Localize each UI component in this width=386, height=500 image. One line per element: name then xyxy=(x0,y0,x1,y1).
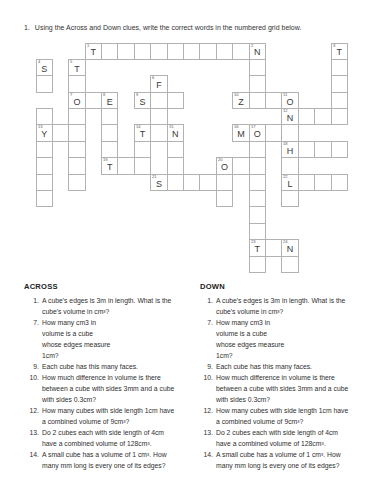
clue-item-text: How much difference in volume is therebe… xyxy=(42,372,196,405)
grid-cell[interactable] xyxy=(134,141,151,158)
grid-cell[interactable] xyxy=(216,43,233,60)
clue-number: 7 xyxy=(70,93,72,97)
down-header: DOWN xyxy=(200,281,382,292)
clue-number: 16 xyxy=(234,125,239,129)
grid-cell[interactable] xyxy=(298,108,315,125)
clue-item-text: How much difference in volume is therebe… xyxy=(216,372,382,405)
grid-cell[interactable] xyxy=(68,157,85,174)
grid-cell[interactable] xyxy=(249,223,266,240)
grid-cell[interactable] xyxy=(134,43,151,60)
clue-item: 12.How many cubes with side length 1cm h… xyxy=(200,405,382,427)
across-clues: ACROSS 1.A cube's edges is 3m in length.… xyxy=(24,281,196,471)
cell-letter: S xyxy=(41,64,47,74)
cell-letter: N xyxy=(254,47,261,57)
cell-letter: O xyxy=(73,97,80,107)
grid-cell[interactable]: 16M xyxy=(232,124,249,141)
grid-cell[interactable] xyxy=(167,141,184,158)
grid-cell[interactable] xyxy=(216,174,233,191)
clue-number: 24 xyxy=(283,240,288,244)
grid-cell[interactable] xyxy=(249,141,266,158)
clue-item-number: 9. xyxy=(200,361,216,372)
clue-item: 9.Each cube has this many faces. xyxy=(24,361,196,372)
clue-item-number: 12. xyxy=(24,405,42,427)
grid-cell[interactable] xyxy=(249,174,266,191)
clue-number: 17 xyxy=(251,125,256,129)
clue-number: 2 xyxy=(251,44,253,48)
grid-cell[interactable] xyxy=(167,174,184,191)
cell-letter: F xyxy=(156,80,162,90)
grid-cell[interactable]: 12N xyxy=(281,108,298,125)
cell-letter: O xyxy=(287,97,294,107)
grid-cell[interactable] xyxy=(68,141,85,158)
clue-item-text: A small cube has a volume of 1 cm³. Howm… xyxy=(42,449,196,471)
grid-cell[interactable] xyxy=(331,141,348,158)
grid-cell[interactable] xyxy=(331,92,348,109)
grid-cell[interactable] xyxy=(199,174,216,191)
grid-cell[interactable]: 17O xyxy=(249,124,266,141)
grid-cell[interactable] xyxy=(281,256,298,273)
grid-cell[interactable]: 21S xyxy=(150,174,167,191)
grid-cell[interactable] xyxy=(183,174,200,191)
grid-cell[interactable]: 14T xyxy=(134,124,151,141)
clue-number: 23 xyxy=(251,240,256,244)
clue-item-text: How many cm3 involume is a cubewhose edg… xyxy=(42,317,196,361)
clue-number: 11 xyxy=(283,93,287,97)
clue-item: 13.Do 2 cubes each with side length of 4… xyxy=(200,427,382,449)
clue-number: 22 xyxy=(283,175,288,179)
worksheet-page: 1. Using the Across and Down clues, writ… xyxy=(0,0,386,500)
clue-number: 18 xyxy=(283,142,288,146)
instruction-title: 1. Using the Across and Down clues, writ… xyxy=(24,24,301,31)
clue-item-number: 10. xyxy=(24,372,42,405)
grid-cell[interactable] xyxy=(281,157,298,174)
cell-letter: T xyxy=(74,64,80,74)
grid-cell[interactable] xyxy=(52,124,69,141)
cell-letter: E xyxy=(107,97,113,107)
cell-letter: N xyxy=(287,113,294,123)
clue-item-text: Do 2 cubes each with side length of 4cmh… xyxy=(42,427,196,449)
clue-item-number: 10. xyxy=(200,372,216,405)
grid-cell[interactable]: 11O xyxy=(281,92,298,109)
clue-number: 4 xyxy=(38,60,40,64)
grid-cell[interactable] xyxy=(232,43,249,60)
clue-item-number: 1. xyxy=(200,295,216,317)
clue-item: 14.A small cube has a volume of 1 cm³. H… xyxy=(200,449,382,471)
clue-item: 1.A cube's edges is 3m in length. What i… xyxy=(24,295,196,317)
clue-item: 1.A cube's edges is 3m in length. What i… xyxy=(200,295,382,317)
grid-cell[interactable]: 8E xyxy=(101,92,118,109)
instruction-text: Using the Across and Down clues, write t… xyxy=(35,24,302,31)
grid-cell[interactable] xyxy=(265,92,282,109)
grid-cell[interactable]: 9S xyxy=(134,92,151,109)
grid-cell[interactable] xyxy=(68,108,85,125)
grid-cell[interactable] xyxy=(183,43,200,60)
clue-item-text: Do 2 cubes each with side length of 4cmh… xyxy=(216,427,382,449)
instruction-number: 1. xyxy=(24,24,30,31)
grid-cell[interactable] xyxy=(281,190,298,207)
grid-cell[interactable]: 19T xyxy=(101,157,118,174)
grid-cell[interactable] xyxy=(314,174,331,191)
grid-cell[interactable] xyxy=(101,124,118,141)
grid-cell[interactable] xyxy=(249,75,266,92)
grid-cell[interactable]: 23T xyxy=(249,239,266,256)
grid-cell[interactable] xyxy=(249,92,266,109)
clue-item-text: How many cm3 involume is a cubewhose edg… xyxy=(216,317,382,361)
clue-item: 12.How many cubes with side length 1cm h… xyxy=(24,405,196,427)
grid-cell[interactable]: 22L xyxy=(281,174,298,191)
clue-number: 21 xyxy=(152,175,157,179)
cell-letter: T xyxy=(336,47,342,57)
across-header: ACROSS xyxy=(24,281,196,292)
clue-item: 7.How many cm3 involume is a cubewhose e… xyxy=(200,317,382,361)
grid-cell[interactable] xyxy=(232,157,249,174)
grid-cell[interactable] xyxy=(249,190,266,207)
grid-cell[interactable] xyxy=(85,92,102,109)
grid-cell[interactable] xyxy=(331,75,348,92)
clue-item: 7.How many cm3 involume is a cubewhose e… xyxy=(24,317,196,361)
cell-letter: M xyxy=(237,129,245,139)
grid-cell[interactable]: 18H xyxy=(281,141,298,158)
grid-cell[interactable] xyxy=(216,190,233,207)
clue-item-text: A cube's edges is 3m in length. What is … xyxy=(42,295,196,317)
cell-letter: T xyxy=(140,129,146,139)
clue-item-number: 7. xyxy=(24,317,42,361)
clue-item-number: 7. xyxy=(200,317,216,361)
grid-cell[interactable] xyxy=(101,141,118,158)
clue-number: 8 xyxy=(103,93,105,97)
clue-item: 10.How much difference in volume is ther… xyxy=(200,372,382,405)
grid-cell[interactable] xyxy=(134,157,151,174)
grid-cell[interactable] xyxy=(167,157,184,174)
grid-cell[interactable]: 4S xyxy=(36,59,53,76)
cell-letter: T xyxy=(91,47,97,57)
grid-cell[interactable] xyxy=(36,75,53,92)
clue-item: 10.How much difference in volume is ther… xyxy=(24,372,196,405)
grid-cell[interactable] xyxy=(314,141,331,158)
grid-cell[interactable] xyxy=(36,108,53,125)
grid-cell[interactable] xyxy=(117,43,134,60)
cell-letter: T xyxy=(255,244,261,254)
clue-number: 9 xyxy=(136,93,138,97)
cell-letter: H xyxy=(287,146,294,156)
grid-cell[interactable] xyxy=(265,124,282,141)
clue-item-number: 1. xyxy=(24,295,42,317)
grid-cell[interactable]: 7O xyxy=(68,92,85,109)
grid-cell[interactable] xyxy=(36,157,53,174)
grid-cell[interactable] xyxy=(249,206,266,223)
clue-number: 5 xyxy=(70,60,72,64)
clue-number: 1 xyxy=(87,44,89,48)
cell-letter: T xyxy=(107,162,113,172)
grid-cell[interactable]: 3T xyxy=(331,43,348,60)
cell-letter: N xyxy=(287,244,294,254)
down-clue-list: 1.A cube's edges is 3m in length. What i… xyxy=(200,295,382,471)
grid-cell[interactable]: 5T xyxy=(68,59,85,76)
grid-cell[interactable] xyxy=(117,157,134,174)
grid-cell[interactable]: 24N xyxy=(281,239,298,256)
grid-cell[interactable] xyxy=(249,157,266,174)
clue-number: 13 xyxy=(38,125,43,129)
clue-number: 12 xyxy=(283,109,288,113)
grid-cell[interactable]: 10Z xyxy=(232,92,249,109)
clue-item: 9.Each cube has this many faces. xyxy=(200,361,382,372)
grid-cell[interactable] xyxy=(68,124,85,141)
grid-cell[interactable]: 15N xyxy=(167,124,184,141)
clue-item: 13.Do 2 cubes each with side length of 4… xyxy=(24,427,196,449)
grid-cell[interactable]: 6F xyxy=(150,75,167,92)
grid-cell[interactable]: 2N xyxy=(249,43,266,60)
grid-cell[interactable] xyxy=(150,43,167,60)
clue-number: 20 xyxy=(218,158,223,162)
grid-cell[interactable] xyxy=(68,174,85,191)
grid-cell[interactable]: 20O xyxy=(216,157,233,174)
grid-cell[interactable] xyxy=(36,174,53,191)
clue-number: 3 xyxy=(333,44,335,48)
cell-letter: L xyxy=(288,179,293,189)
cell-letter: S xyxy=(156,179,162,189)
cell-letter: S xyxy=(140,97,146,107)
grid-cell[interactable] xyxy=(101,43,118,60)
clue-item-text: How many cubes with side length 1cm have… xyxy=(42,405,196,427)
clue-item-number: 12. xyxy=(200,405,216,427)
grid-cell[interactable] xyxy=(199,43,216,60)
grid-cell[interactable] xyxy=(249,256,266,273)
cell-letter: O xyxy=(254,129,261,139)
grid-cell[interactable] xyxy=(314,108,331,125)
clue-number: 15 xyxy=(169,125,174,129)
grid-cell[interactable]: 1T xyxy=(85,43,102,60)
grid-cell[interactable] xyxy=(331,59,348,76)
clue-item-number: 14. xyxy=(200,449,216,471)
cell-letter: N xyxy=(172,129,179,139)
clue-number: 19 xyxy=(103,158,108,162)
grid-cell[interactable] xyxy=(331,108,348,125)
grid-cell[interactable] xyxy=(36,141,53,158)
clue-item-text: A cube's edges is 3m in length. What is … xyxy=(216,295,382,317)
clue-item-text: Each cube has this many faces. xyxy=(42,361,196,372)
cell-letter: Y xyxy=(41,129,47,139)
grid-cell[interactable] xyxy=(150,124,167,141)
grid-cell[interactable] xyxy=(36,190,53,207)
grid-cell[interactable] xyxy=(167,92,184,109)
clue-number: 10 xyxy=(234,93,239,97)
across-clue-list: 1.A cube's edges is 3m in length. What i… xyxy=(24,295,196,471)
grid-cell[interactable] xyxy=(265,239,282,256)
clue-number: 6 xyxy=(152,76,154,80)
grid-cell[interactable] xyxy=(298,174,315,191)
cell-letter: O xyxy=(221,162,228,172)
clue-number: 14 xyxy=(136,125,141,129)
crossword-grid: 1T2N3T4S5T6F7O8E9S10Z11O12N13Y14T15N16M1… xyxy=(36,43,347,272)
grid-cell[interactable]: 13Y xyxy=(36,124,53,141)
clue-item-text: Each cube has this many faces. xyxy=(216,361,382,372)
grid-cell[interactable] xyxy=(249,59,266,76)
clue-item-text: How many cubes with side length 1cm have… xyxy=(216,405,382,427)
grid-cell[interactable] xyxy=(150,92,167,109)
down-clues: DOWN 1.A cube's edges is 3m in length. W… xyxy=(200,281,382,471)
grid-cell[interactable] xyxy=(281,124,298,141)
cell-letter: Z xyxy=(238,97,244,107)
grid-cell[interactable] xyxy=(331,174,348,191)
clue-item-number: 14. xyxy=(24,449,42,471)
grid-cell[interactable] xyxy=(101,108,118,125)
clue-item: 14.A small cube has a volume of 1 cm³. H… xyxy=(24,449,196,471)
clue-item-text: A small cube has a volume of 1 cm³. Howm… xyxy=(216,449,382,471)
grid-cell[interactable] xyxy=(150,108,167,125)
clue-item-number: 13. xyxy=(24,427,42,449)
grid-cell[interactable] xyxy=(167,43,184,60)
clue-item-number: 13. xyxy=(200,427,216,449)
grid-cell[interactable] xyxy=(68,75,85,92)
clue-item-number: 9. xyxy=(24,361,42,372)
grid-cell[interactable] xyxy=(298,141,315,158)
